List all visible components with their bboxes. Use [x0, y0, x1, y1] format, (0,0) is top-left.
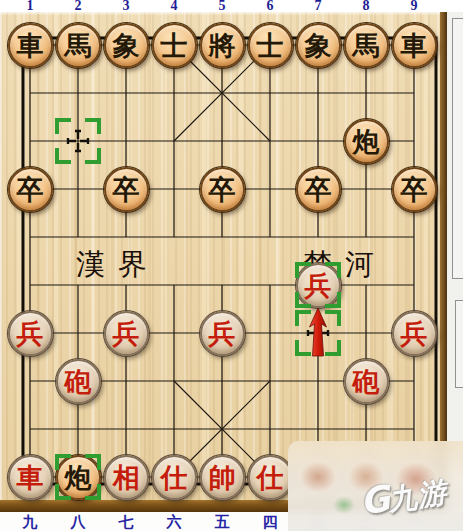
black-cannon-piece[interactable]: 炮 [56, 455, 101, 500]
xiangqi-app-screen: 漢界 楚河 車馬象士將士象馬車炮卒卒卒卒卒兵兵兵兵兵砲砲車炮相仕帥仕相馬車 12… [0, 0, 463, 531]
black-horse-piece[interactable]: 馬 [56, 23, 101, 68]
red-soldier-piece[interactable]: 兵 [104, 311, 149, 356]
file-label-top-8: 8 [356, 0, 376, 14]
file-label-top-2: 2 [68, 0, 88, 14]
file-label-top-5: 5 [212, 0, 232, 14]
red-cannon-piece[interactable]: 砲 [56, 359, 101, 404]
file-label-bottom-2: 八 [66, 513, 90, 531]
red-general-piece[interactable]: 帥 [200, 455, 245, 500]
red-cannon-piece[interactable]: 砲 [344, 359, 389, 404]
top-file-labels: 123456789 [0, 0, 463, 12]
file-label-top-1: 1 [20, 0, 40, 14]
file-label-bottom-3: 七 [114, 513, 138, 531]
black-chariot-piece[interactable]: 車 [8, 23, 53, 68]
file-label-top-4: 4 [164, 0, 184, 14]
red-soldier-piece[interactable]: 兵 [296, 263, 341, 308]
source-crosshair [55, 118, 101, 164]
black-cannon-piece[interactable]: 炮 [344, 119, 389, 164]
side-panel-edge [455, 300, 463, 388]
red-soldier-piece[interactable]: 兵 [200, 311, 245, 356]
file-label-bottom-5: 五 [210, 513, 234, 531]
watermark-overlay: G九游 [288, 441, 463, 531]
red-elephant-piece[interactable]: 相 [104, 455, 149, 500]
board-bevel-right [440, 12, 447, 512]
black-advisor-piece[interactable]: 士 [152, 23, 197, 68]
file-label-top-9: 9 [404, 0, 424, 14]
black-advisor-piece[interactable]: 士 [248, 23, 293, 68]
red-advisor-piece[interactable]: 仕 [248, 455, 293, 500]
black-general-piece[interactable]: 將 [200, 23, 245, 68]
red-advisor-piece[interactable]: 仕 [152, 455, 197, 500]
board-grid: 車馬象士將士象馬車炮卒卒卒卒卒兵兵兵兵兵砲砲車炮相仕帥仕相馬車 [6, 21, 438, 501]
watermark-text: 九游 [385, 474, 450, 517]
side-panel-edge [452, 18, 463, 279]
black-elephant-piece[interactable]: 象 [296, 23, 341, 68]
file-label-top-3: 3 [116, 0, 136, 14]
black-soldier-piece[interactable]: 卒 [8, 167, 53, 212]
black-chariot-piece[interactable]: 車 [392, 23, 437, 68]
file-label-bottom-4: 六 [162, 513, 186, 531]
watermark-logo: G九游 [357, 468, 450, 525]
black-horse-piece[interactable]: 馬 [344, 23, 389, 68]
red-soldier-piece[interactable]: 兵 [392, 311, 437, 356]
file-label-top-7: 7 [308, 0, 328, 14]
black-elephant-piece[interactable]: 象 [104, 23, 149, 68]
source-crosshair [295, 310, 341, 356]
red-soldier-piece[interactable]: 兵 [8, 311, 53, 356]
file-label-bottom-1: 九 [18, 513, 42, 531]
black-soldier-piece[interactable]: 卒 [296, 167, 341, 212]
file-label-top-6: 6 [260, 0, 280, 14]
black-soldier-piece[interactable]: 卒 [104, 167, 149, 212]
red-chariot-piece[interactable]: 車 [8, 455, 53, 500]
black-soldier-piece[interactable]: 卒 [200, 167, 245, 212]
file-label-bottom-6: 四 [258, 513, 282, 531]
black-soldier-piece[interactable]: 卒 [392, 167, 437, 212]
